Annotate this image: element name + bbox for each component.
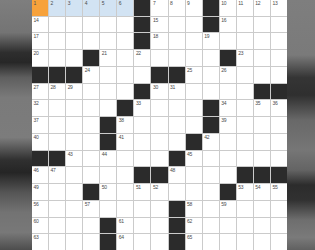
block-cell <box>134 0 150 16</box>
cell-r5c10[interactable]: 25 <box>186 67 202 83</box>
cell-r9c11[interactable]: 42 <box>203 134 219 150</box>
cell-r11c12[interactable] <box>220 167 236 183</box>
cell-r5c12[interactable]: 26 <box>220 67 236 83</box>
cell-r15c3[interactable] <box>66 234 82 250</box>
block-cell <box>134 84 150 100</box>
block-cell <box>32 67 48 83</box>
block-cell <box>151 67 167 83</box>
cell-number: 5 <box>102 0 104 6</box>
cell-r11c9[interactable]: 48 <box>169 167 185 183</box>
cell-number: 48 <box>170 167 175 173</box>
cell-number: 37 <box>34 117 39 123</box>
block-cell <box>100 134 116 150</box>
cell-r9c14[interactable] <box>254 134 270 150</box>
cell-number: 21 <box>102 50 107 56</box>
cell-number: 40 <box>34 134 39 140</box>
cell-r1c14[interactable]: 12 <box>254 0 270 16</box>
cell-r14c10[interactable]: 62 <box>186 218 202 234</box>
cell-r3c15[interactable] <box>271 33 287 49</box>
cell-number: 31 <box>170 84 175 90</box>
cell-r1c5[interactable]: 5 <box>100 0 116 16</box>
cell-r10c13[interactable] <box>237 151 253 167</box>
cell-r4c5[interactable]: 21 <box>100 50 116 66</box>
cell-r5c4[interactable]: 24 <box>83 67 99 83</box>
cell-r4c8[interactable] <box>151 50 167 66</box>
cell-r3c13[interactable] <box>237 33 253 49</box>
cell-r2c5[interactable] <box>100 17 116 33</box>
cell-r12c8[interactable]: 52 <box>151 184 167 200</box>
cell-r2c13[interactable] <box>237 17 253 33</box>
block-cell <box>134 33 150 49</box>
cell-r10c12[interactable] <box>220 151 236 167</box>
cell-number: 22 <box>136 50 141 56</box>
cell-r15c15[interactable] <box>271 234 287 250</box>
cell-r13c4[interactable]: 57 <box>83 201 99 217</box>
cell-r12c9[interactable] <box>169 184 185 200</box>
cell-r10c15[interactable] <box>271 151 287 167</box>
cell-r7c15[interactable]: 36 <box>271 100 287 116</box>
block-cell <box>100 234 116 250</box>
cell-number: 10 <box>221 0 226 6</box>
block-cell <box>83 50 99 66</box>
cell-r2c15[interactable] <box>271 17 287 33</box>
cell-r8c2[interactable] <box>49 117 65 133</box>
cell-r3c6[interactable] <box>117 33 133 49</box>
cell-number: 19 <box>204 33 209 39</box>
cell-r14c13[interactable] <box>237 218 253 234</box>
cell-number: 45 <box>187 151 192 157</box>
cell-r15c1[interactable]: 63 <box>32 234 48 250</box>
cell-r13c6[interactable] <box>117 201 133 217</box>
cell-r8c1[interactable]: 37 <box>32 117 48 133</box>
block-cell <box>254 84 270 100</box>
cell-r4c9[interactable] <box>169 50 185 66</box>
cell-number: 6 <box>119 0 121 6</box>
cell-r3c9[interactable] <box>169 33 185 49</box>
cell-number: 23 <box>238 50 243 56</box>
cell-r12c1[interactable]: 49 <box>32 184 48 200</box>
cell-r6c4[interactable] <box>83 84 99 100</box>
cell-number: 56 <box>34 201 39 207</box>
cell-r8c9[interactable] <box>169 117 185 133</box>
cell-r4c10[interactable] <box>186 50 202 66</box>
cell-r6c8[interactable]: 30 <box>151 84 167 100</box>
cell-number: 28 <box>51 84 56 90</box>
cell-r15c8[interactable] <box>151 234 167 250</box>
cell-number: 27 <box>34 84 39 90</box>
block-cell <box>134 17 150 33</box>
cell-number: 8 <box>170 0 172 6</box>
cell-r14c4[interactable] <box>83 218 99 234</box>
cell-number: 46 <box>34 167 39 173</box>
cell-r13c15[interactable] <box>271 201 287 217</box>
cell-r10c3[interactable]: 43 <box>66 151 82 167</box>
cell-r10c8[interactable] <box>151 151 167 167</box>
cell-number: 61 <box>119 218 124 224</box>
cell-number: 1 <box>34 0 36 6</box>
cell-r5c15[interactable] <box>271 67 287 83</box>
cell-r4c15[interactable] <box>271 50 287 66</box>
cell-number: 36 <box>272 100 277 106</box>
cell-r15c2[interactable] <box>49 234 65 250</box>
cell-r13c13[interactable] <box>237 201 253 217</box>
block-cell <box>117 100 133 116</box>
cell-r10c6[interactable] <box>117 151 133 167</box>
cell-r5c14[interactable] <box>254 67 270 83</box>
block-cell <box>66 67 82 83</box>
cell-number: 2 <box>51 0 53 6</box>
cell-number: 53 <box>238 184 243 190</box>
cell-number: 58 <box>187 201 192 207</box>
cell-number: 30 <box>153 84 158 90</box>
cell-number: 55 <box>272 184 277 190</box>
cell-r1c15[interactable]: 13 <box>271 0 287 16</box>
block-cell <box>169 218 185 234</box>
cell-r2c1[interactable]: 14 <box>32 17 48 33</box>
cell-number: 29 <box>68 84 73 90</box>
cell-r2c2[interactable] <box>49 17 65 33</box>
cell-number: 42 <box>204 134 209 140</box>
cell-r14c8[interactable] <box>151 218 167 234</box>
cell-r5c6[interactable] <box>117 67 133 83</box>
cell-r14c12[interactable] <box>220 218 236 234</box>
cell-r3c2[interactable] <box>49 33 65 49</box>
cell-r7c1[interactable]: 32 <box>32 100 48 116</box>
cell-r9c2[interactable] <box>49 134 65 150</box>
cell-number: 14 <box>34 17 39 23</box>
right-gradient-margin <box>287 0 315 250</box>
block-cell <box>49 67 65 83</box>
crossword-board: 1234567891011121314151617181920212223242… <box>32 0 287 250</box>
cell-r12c15[interactable]: 55 <box>271 184 287 200</box>
cell-r7c12[interactable]: 34 <box>220 100 236 116</box>
cell-number: 25 <box>187 67 192 73</box>
cell-r6c6[interactable] <box>117 84 133 100</box>
cell-r11c11[interactable] <box>203 167 219 183</box>
cell-r1c10[interactable]: 9 <box>186 0 202 16</box>
cell-r10c5[interactable]: 44 <box>100 151 116 167</box>
cell-r12c10[interactable] <box>186 184 202 200</box>
cell-r1c3[interactable]: 3 <box>66 0 82 16</box>
cell-r1c1[interactable]: 1 <box>32 0 48 16</box>
block-cell <box>220 184 236 200</box>
crossword-screen: 1234567891011121314151617181920212223242… <box>0 0 315 250</box>
cell-r9c7[interactable] <box>134 134 150 150</box>
cell-r3c12[interactable] <box>220 33 236 49</box>
cell-r5c5[interactable] <box>100 67 116 83</box>
cell-r4c3[interactable] <box>66 50 82 66</box>
block-cell <box>271 84 287 100</box>
cell-number: 17 <box>34 33 39 39</box>
cell-r1c9[interactable]: 8 <box>169 0 185 16</box>
cell-r14c14[interactable] <box>254 218 270 234</box>
cell-r7c13[interactable] <box>237 100 253 116</box>
cell-r12c3[interactable] <box>66 184 82 200</box>
cell-number: 9 <box>187 0 189 6</box>
cell-r1c4[interactable]: 4 <box>83 0 99 16</box>
block-cell <box>32 151 48 167</box>
cell-r9c8[interactable] <box>151 134 167 150</box>
cell-number: 4 <box>85 0 87 6</box>
cell-r14c11[interactable] <box>203 218 219 234</box>
cell-r9c13[interactable] <box>237 134 253 150</box>
cell-r13c12[interactable]: 59 <box>220 201 236 217</box>
cell-r4c14[interactable] <box>254 50 270 66</box>
cell-number: 41 <box>119 134 124 140</box>
cell-r14c6[interactable]: 61 <box>117 218 133 234</box>
cell-number: 12 <box>255 0 260 6</box>
cell-r15c6[interactable]: 64 <box>117 234 133 250</box>
cell-number: 18 <box>153 33 158 39</box>
cell-number: 62 <box>187 218 192 224</box>
cell-r6c13[interactable] <box>237 84 253 100</box>
cell-r2c6[interactable] <box>117 17 133 33</box>
cell-r7c10[interactable] <box>186 100 202 116</box>
cell-r6c12[interactable] <box>220 84 236 100</box>
block-cell <box>151 167 167 183</box>
cell-r6c5[interactable] <box>100 84 116 100</box>
cell-r1c2[interactable]: 2 <box>49 0 65 16</box>
cell-r11c5[interactable] <box>100 167 116 183</box>
cell-r7c5[interactable] <box>100 100 116 116</box>
block-cell <box>271 167 287 183</box>
cell-number: 15 <box>153 17 158 23</box>
cell-r6c1[interactable]: 27 <box>32 84 48 100</box>
cell-number: 65 <box>187 234 192 240</box>
cell-number: 59 <box>221 201 226 207</box>
block-cell <box>169 151 185 167</box>
cell-r2c9[interactable] <box>169 17 185 33</box>
cell-r8c3[interactable] <box>66 117 82 133</box>
block-cell <box>237 167 253 183</box>
cell-r1c12[interactable]: 10 <box>220 0 236 16</box>
block-cell <box>134 167 150 183</box>
cell-r9c6[interactable]: 41 <box>117 134 133 150</box>
block-cell <box>254 167 270 183</box>
cell-r13c5[interactable] <box>100 201 116 217</box>
cell-r13c8[interactable] <box>151 201 167 217</box>
block-cell <box>203 117 219 133</box>
block-cell <box>169 201 185 217</box>
cell-r2c3[interactable] <box>66 17 82 33</box>
cell-r12c2[interactable] <box>49 184 65 200</box>
cell-r11c4[interactable] <box>83 167 99 183</box>
block-cell <box>100 218 116 234</box>
cell-r13c1[interactable]: 56 <box>32 201 48 217</box>
cell-r3c10[interactable] <box>186 33 202 49</box>
cell-r6c3[interactable]: 29 <box>66 84 82 100</box>
cell-r7c14[interactable]: 35 <box>254 100 270 116</box>
cell-r14c3[interactable] <box>66 218 82 234</box>
cell-r1c8[interactable]: 7 <box>151 0 167 16</box>
cell-r2c12[interactable]: 16 <box>220 17 236 33</box>
cell-r7c9[interactable] <box>169 100 185 116</box>
cell-r8c6[interactable]: 38 <box>117 117 133 133</box>
cell-r10c7[interactable] <box>134 151 150 167</box>
cell-r3c1[interactable]: 17 <box>32 33 48 49</box>
cell-number: 60 <box>34 218 39 224</box>
cell-r10c11[interactable] <box>203 151 219 167</box>
cell-r10c4[interactable] <box>83 151 99 167</box>
cell-r1c13[interactable]: 11 <box>237 0 253 16</box>
cell-r13c3[interactable] <box>66 201 82 217</box>
cell-r6c2[interactable]: 28 <box>49 84 65 100</box>
cell-number: 35 <box>255 100 260 106</box>
cell-r8c13[interactable] <box>237 117 253 133</box>
block-cell <box>169 234 185 250</box>
cell-r3c4[interactable] <box>83 33 99 49</box>
cell-r14c1[interactable]: 60 <box>32 218 48 234</box>
cell-r11c6[interactable] <box>117 167 133 183</box>
cell-r3c5[interactable] <box>100 33 116 49</box>
cell-r12c6[interactable] <box>117 184 133 200</box>
cell-r4c11[interactable] <box>203 50 219 66</box>
cell-number: 63 <box>34 234 39 240</box>
cell-r5c11[interactable] <box>203 67 219 83</box>
cell-r9c9[interactable] <box>169 134 185 150</box>
cell-number: 49 <box>34 184 39 190</box>
cell-r13c14[interactable] <box>254 201 270 217</box>
cell-number: 57 <box>85 201 90 207</box>
cell-r9c12[interactable] <box>220 134 236 150</box>
cell-r6c10[interactable] <box>186 84 202 100</box>
cell-r8c8[interactable] <box>151 117 167 133</box>
cell-r13c11[interactable] <box>203 201 219 217</box>
cell-number: 47 <box>51 167 56 173</box>
cell-r8c7[interactable] <box>134 117 150 133</box>
block-cell <box>220 50 236 66</box>
cell-number: 52 <box>153 184 158 190</box>
cell-r12c14[interactable]: 54 <box>254 184 270 200</box>
cell-number: 16 <box>221 17 226 23</box>
cell-r8c4[interactable] <box>83 117 99 133</box>
cell-r11c3[interactable] <box>66 167 82 183</box>
cell-r2c8[interactable]: 15 <box>151 17 167 33</box>
cell-r14c15[interactable] <box>271 218 287 234</box>
cell-number: 50 <box>102 184 107 190</box>
block-cell <box>49 151 65 167</box>
cell-number: 44 <box>102 151 107 157</box>
cell-r7c4[interactable] <box>83 100 99 116</box>
cell-r14c7[interactable] <box>134 218 150 234</box>
left-gradient-margin <box>0 0 32 250</box>
cell-r8c14[interactable] <box>254 117 270 133</box>
cell-number: 3 <box>68 0 70 6</box>
cell-number: 51 <box>136 184 141 190</box>
block-cell <box>203 0 219 16</box>
cell-r3c8[interactable]: 18 <box>151 33 167 49</box>
cell-r3c11[interactable]: 19 <box>203 33 219 49</box>
cell-r7c3[interactable] <box>66 100 82 116</box>
cell-r12c5[interactable]: 50 <box>100 184 116 200</box>
cell-number: 39 <box>221 117 226 123</box>
cell-r10c10[interactable]: 45 <box>186 151 202 167</box>
cell-r9c3[interactable] <box>66 134 82 150</box>
cell-r3c14[interactable] <box>254 33 270 49</box>
cell-r11c10[interactable] <box>186 167 202 183</box>
cell-r2c14[interactable] <box>254 17 270 33</box>
cell-r8c15[interactable] <box>271 117 287 133</box>
block-cell <box>203 100 219 116</box>
cell-r15c11[interactable] <box>203 234 219 250</box>
cell-r4c6[interactable] <box>117 50 133 66</box>
cell-number: 43 <box>68 151 73 157</box>
cell-number: 24 <box>85 67 90 73</box>
cell-r11c2[interactable]: 47 <box>49 167 65 183</box>
cell-r5c13[interactable] <box>237 67 253 83</box>
cell-r3c3[interactable] <box>66 33 82 49</box>
cell-r5c7[interactable] <box>134 67 150 83</box>
cell-r8c10[interactable] <box>186 117 202 133</box>
cell-number: 38 <box>119 117 124 123</box>
cell-r4c1[interactable]: 20 <box>32 50 48 66</box>
cell-number: 11 <box>238 0 243 6</box>
cell-r11c1[interactable]: 46 <box>32 167 48 183</box>
cell-r12c11[interactable] <box>203 184 219 200</box>
cell-number: 34 <box>221 100 226 106</box>
cell-number: 54 <box>255 184 260 190</box>
block-cell <box>83 184 99 200</box>
cell-number: 20 <box>34 50 39 56</box>
cell-r7c2[interactable] <box>49 100 65 116</box>
cell-r7c8[interactable] <box>151 100 167 116</box>
cell-r15c12[interactable] <box>220 234 236 250</box>
cell-r9c4[interactable] <box>83 134 99 150</box>
cell-number: 26 <box>221 67 226 73</box>
cell-r15c10[interactable]: 65 <box>186 234 202 250</box>
cell-r12c13[interactable]: 53 <box>237 184 253 200</box>
cell-r7c7[interactable]: 33 <box>134 100 150 116</box>
cell-r1c6[interactable]: 6 <box>117 0 133 16</box>
cell-r4c2[interactable] <box>49 50 65 66</box>
block-cell <box>169 67 185 83</box>
cell-r2c4[interactable] <box>83 17 99 33</box>
cell-r9c15[interactable] <box>271 134 287 150</box>
cell-r10c14[interactable] <box>254 151 270 167</box>
block-cell <box>186 134 202 150</box>
cell-number: 13 <box>272 0 277 6</box>
cell-number: 64 <box>119 234 124 240</box>
block-cell <box>203 17 219 33</box>
cell-r6c11[interactable] <box>203 84 219 100</box>
cell-r13c7[interactable] <box>134 201 150 217</box>
cell-r13c10[interactable]: 58 <box>186 201 202 217</box>
cell-number: 32 <box>34 100 39 106</box>
cell-r4c7[interactable]: 22 <box>134 50 150 66</box>
cell-r15c14[interactable] <box>254 234 270 250</box>
cell-number: 7 <box>153 0 155 6</box>
cell-r8c12[interactable]: 39 <box>220 117 236 133</box>
cell-r13c2[interactable] <box>49 201 65 217</box>
cell-r9c1[interactable]: 40 <box>32 134 48 150</box>
cell-r6c9[interactable]: 31 <box>169 84 185 100</box>
cell-r15c13[interactable] <box>237 234 253 250</box>
cell-r15c7[interactable] <box>134 234 150 250</box>
cell-r2c10[interactable] <box>186 17 202 33</box>
cell-r4c13[interactable]: 23 <box>237 50 253 66</box>
cell-r15c4[interactable] <box>83 234 99 250</box>
cell-r12c7[interactable]: 51 <box>134 184 150 200</box>
block-cell <box>100 117 116 133</box>
cell-r14c2[interactable] <box>49 218 65 234</box>
cell-number: 33 <box>136 100 141 106</box>
